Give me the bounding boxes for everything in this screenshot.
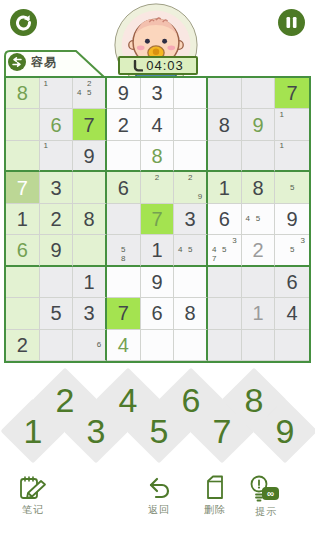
notes-label: 笔记	[22, 503, 44, 517]
pencil-notes: 2	[141, 172, 174, 202]
cell-value: 7	[151, 209, 162, 229]
cell-r1c9[interactable]: 7	[275, 78, 309, 109]
cell-r5c3[interactable]: 8	[73, 204, 107, 235]
cell-r2c9[interactable]: 1	[275, 109, 309, 140]
pencil-notes: 245	[73, 78, 105, 108]
cell-value: 2	[252, 240, 263, 260]
pencil-notes: 1	[40, 141, 73, 170]
cell-value: 7	[287, 83, 298, 103]
cell-value: 1	[151, 240, 162, 260]
cell-r4c7[interactable]: 1	[208, 172, 242, 203]
cell-r3c9[interactable]: 1	[275, 141, 309, 172]
cell-r5c1[interactable]: 1	[6, 204, 40, 235]
cell-r1c8[interactable]	[242, 78, 276, 109]
cell-r4c3[interactable]	[73, 172, 107, 203]
cell-r2c7[interactable]: 8	[208, 109, 242, 140]
cell-r8c2[interactable]: 5	[40, 298, 74, 329]
cell-r8c4[interactable]: 7	[107, 298, 141, 329]
cell-r6c1[interactable]: 6	[6, 235, 40, 266]
pencil-notes: 45	[174, 235, 206, 264]
pencil-notes: 1	[275, 141, 309, 170]
cell-r9c5[interactable]	[141, 330, 175, 361]
cell-r8c9[interactable]: 4	[275, 298, 309, 329]
cell-r7c5[interactable]: 9	[141, 267, 175, 298]
cell-value: 6	[17, 240, 28, 260]
cell-r2c8[interactable]: 9	[242, 109, 276, 140]
restart-button[interactable]	[10, 9, 37, 36]
cell-value: 1	[17, 209, 28, 229]
cell-r2c4[interactable]: 2	[107, 109, 141, 140]
swap-arrows-icon	[11, 56, 23, 68]
cell-r6c7[interactable]: 3457	[208, 235, 242, 266]
cell-r5c9[interactable]: 9	[275, 204, 309, 235]
cell-r8c3[interactable]: 3	[73, 298, 107, 329]
phone-receiver-icon	[132, 60, 143, 72]
cell-r9c3[interactable]: 6	[73, 330, 107, 361]
cell-value: 9	[287, 209, 298, 229]
cell-value: 8	[17, 83, 28, 103]
cell-r6c8[interactable]: 2	[242, 235, 276, 266]
cell-value: 7	[84, 115, 95, 135]
cell-r5c4[interactable]	[107, 204, 141, 235]
cell-r4c8[interactable]: 8	[242, 172, 276, 203]
pencil-notes: 5	[275, 172, 309, 202]
cell-value: 7	[17, 178, 28, 198]
cell-r6c5[interactable]: 1	[141, 235, 175, 266]
notepad-pencil-icon	[19, 475, 47, 501]
cell-value: 4	[151, 115, 162, 135]
cell-r2c5[interactable]: 4	[141, 109, 175, 140]
cell-r2c3[interactable]: 7	[73, 109, 107, 140]
erase-button[interactable]: 删除	[195, 475, 235, 517]
cell-value: 8	[84, 209, 95, 229]
cell-r8c7[interactable]	[208, 298, 242, 329]
cell-r7c1[interactable]	[6, 267, 40, 298]
cell-r6c2[interactable]: 9	[40, 235, 74, 266]
cell-r1c6[interactable]	[174, 78, 208, 109]
pencil-notes: 45	[242, 204, 275, 234]
cell-r1c3[interactable]: 245	[73, 78, 107, 109]
cell-value: 6	[219, 209, 230, 229]
cell-r9c4[interactable]: 4	[107, 330, 141, 361]
cell-value: 8	[219, 115, 230, 135]
cell-r7c2[interactable]	[40, 267, 74, 298]
pencil-notes: 6	[73, 330, 105, 360]
cell-r6c3[interactable]	[73, 235, 107, 266]
cell-r8c6[interactable]: 8	[174, 298, 208, 329]
cell-value: 9	[50, 240, 61, 260]
cell-value: 1	[219, 178, 230, 198]
cell-value: 3	[151, 83, 162, 103]
pencil-notes: 3457	[208, 235, 241, 264]
pencil-notes: 1	[275, 109, 309, 139]
cell-value: 6	[287, 272, 298, 292]
pencil-notes: 35	[275, 235, 309, 264]
cell-r7c8[interactable]	[242, 267, 276, 298]
circular-arrow-icon	[15, 14, 32, 31]
cell-value: 2	[17, 335, 28, 355]
cell-r1c5[interactable]: 3	[141, 78, 175, 109]
cell-r4c2[interactable]: 3	[40, 172, 74, 203]
cell-r7c9[interactable]: 6	[275, 267, 309, 298]
sudoku-board: 8124593767248911981736229185128736459695…	[4, 76, 311, 363]
cell-r6c9[interactable]: 35	[275, 235, 309, 266]
cell-r7c6[interactable]	[174, 267, 208, 298]
cell-r9c7[interactable]	[208, 330, 242, 361]
cell-r2c1[interactable]	[6, 109, 40, 140]
cell-value: 5	[50, 303, 61, 323]
pencil-notes: 1	[40, 78, 73, 108]
cell-r3c5[interactable]: 8	[141, 141, 175, 172]
cell-value: 8	[151, 146, 162, 166]
cell-r9c8[interactable]	[242, 330, 276, 361]
cell-value: 3	[84, 303, 95, 323]
cell-value: 9	[118, 83, 129, 103]
cell-r7c4[interactable]	[107, 267, 141, 298]
pause-button[interactable]	[278, 9, 305, 36]
cell-r5c6[interactable]: 3	[174, 204, 208, 235]
cell-value: 7	[118, 303, 129, 323]
cell-value: 6	[118, 178, 129, 198]
cell-r4c5[interactable]: 2	[141, 172, 175, 203]
cell-r8c5[interactable]: 6	[141, 298, 175, 329]
cell-value: 3	[50, 178, 61, 198]
cell-value: 9	[252, 115, 263, 135]
cell-r4c6[interactable]: 29	[174, 172, 208, 203]
notes-button[interactable]: 笔记	[12, 475, 54, 517]
cell-r6c4[interactable]: 58	[107, 235, 141, 266]
pencil-notes: 58	[107, 235, 140, 264]
hint-button[interactable]: ∞ 提示	[240, 475, 292, 519]
cell-value: 2	[50, 209, 61, 229]
cell-value: 1	[84, 272, 95, 292]
cell-r7c7[interactable]	[208, 267, 242, 298]
difficulty-tab-content: 容易	[8, 53, 57, 71]
undo-label: 返回	[148, 503, 170, 517]
cell-r5c5[interactable]: 7	[141, 204, 175, 235]
cell-r1c4[interactable]: 9	[107, 78, 141, 109]
cell-r6c6[interactable]: 45	[174, 235, 208, 266]
cell-r3c6[interactable]	[174, 141, 208, 172]
cell-r3c4[interactable]	[107, 141, 141, 172]
cell-r8c1[interactable]	[6, 298, 40, 329]
cell-value: 2	[118, 115, 129, 135]
cell-r3c3[interactable]: 9	[73, 141, 107, 172]
cell-r4c9[interactable]: 5	[275, 172, 309, 203]
cell-r4c4[interactable]: 6	[107, 172, 141, 203]
cell-r2c2[interactable]: 6	[40, 109, 74, 140]
cell-r8c8[interactable]: 1	[242, 298, 276, 329]
hint-label: 提示	[255, 505, 277, 519]
difficulty-label: 容易	[31, 54, 57, 71]
cell-r9c1[interactable]: 2	[6, 330, 40, 361]
cell-r2c6[interactable]	[174, 109, 208, 140]
cell-r5c2[interactable]: 2	[40, 204, 74, 235]
timer-value: 04:03	[146, 58, 184, 73]
undo-button[interactable]: 返回	[139, 475, 179, 517]
cell-r3c7[interactable]	[208, 141, 242, 172]
cell-r3c8[interactable]	[242, 141, 276, 172]
cell-value: 9	[84, 146, 95, 166]
cell-value: 8	[252, 178, 263, 198]
cell-value: 6	[151, 303, 162, 323]
cell-r5c8[interactable]: 45	[242, 204, 276, 235]
cell-value: 8	[185, 303, 196, 323]
cell-r4c1[interactable]: 7	[6, 172, 40, 203]
cell-r9c6[interactable]	[174, 330, 208, 361]
cell-value: 6	[50, 115, 61, 135]
cell-value: 4	[118, 335, 129, 355]
cell-value: 4	[287, 303, 298, 323]
cell-r7c3[interactable]: 1	[73, 267, 107, 298]
numpad-digit: 9	[262, 408, 308, 454]
cell-value: 3	[185, 209, 196, 229]
cell-r5c7[interactable]: 6	[208, 204, 242, 235]
sudoku-app: 容易 04:03 8124593767248911981736229185128…	[0, 0, 315, 560]
cell-r9c9[interactable]	[275, 330, 309, 361]
eraser-icon	[204, 475, 226, 501]
pencil-notes: 29	[174, 172, 206, 202]
cell-r1c7[interactable]	[208, 78, 242, 109]
numpad-9[interactable]: 9	[252, 398, 315, 463]
erase-label: 删除	[204, 503, 226, 517]
cell-r3c2[interactable]: 1	[40, 141, 74, 172]
hint-count-badge: ∞	[262, 487, 279, 500]
pause-icon	[285, 16, 298, 29]
cell-value: 1	[252, 303, 263, 323]
cell-value: 9	[151, 272, 162, 292]
timer: 04:03	[118, 56, 198, 75]
cell-r1c2[interactable]: 1	[40, 78, 74, 109]
cell-r1c1[interactable]: 8	[6, 78, 40, 109]
undo-arrow-icon	[146, 475, 172, 501]
difficulty-switch-button[interactable]	[8, 53, 26, 71]
cell-r9c2[interactable]	[40, 330, 74, 361]
cell-r3c1[interactable]	[6, 141, 40, 172]
